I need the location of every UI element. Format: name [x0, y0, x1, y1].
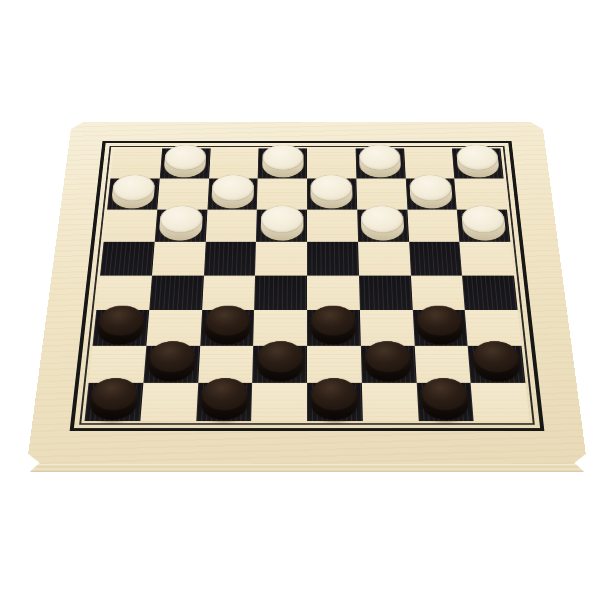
black-piece[interactable]: [311, 305, 356, 344]
white-piece[interactable]: [163, 145, 206, 178]
black-piece[interactable]: [420, 378, 469, 420]
black-piece[interactable]: [257, 341, 303, 381]
square-d8[interactable]: [258, 148, 307, 178]
square-e5[interactable]: [307, 242, 359, 275]
white-piece[interactable]: [111, 175, 156, 209]
square-d2[interactable]: [252, 346, 307, 383]
square-g7[interactable]: [405, 179, 457, 210]
square-h1: [471, 383, 530, 421]
black-piece[interactable]: [89, 378, 139, 420]
piece-top: [365, 341, 412, 373]
square-h6[interactable]: [457, 210, 510, 242]
square-e6: [307, 210, 358, 242]
square-d5: [255, 242, 307, 275]
white-piece[interactable]: [211, 175, 254, 209]
square-a7[interactable]: [107, 179, 159, 210]
black-piece[interactable]: [472, 341, 521, 381]
white-piece[interactable]: [311, 175, 353, 209]
square-c5[interactable]: [204, 242, 257, 275]
square-b6[interactable]: [154, 210, 207, 242]
square-a1[interactable]: [84, 383, 143, 421]
piece-top: [204, 305, 250, 335]
white-piece[interactable]: [361, 206, 405, 241]
square-e7[interactable]: [307, 179, 357, 210]
white-piece[interactable]: [158, 206, 203, 241]
square-g6: [407, 210, 460, 242]
black-piece[interactable]: [311, 378, 358, 420]
square-h4[interactable]: [462, 275, 517, 310]
black-piece[interactable]: [200, 378, 248, 420]
white-piece[interactable]: [359, 145, 401, 178]
square-e1[interactable]: [307, 383, 363, 421]
black-piece[interactable]: [204, 305, 250, 344]
white-piece[interactable]: [262, 145, 304, 178]
piece-top: [311, 305, 356, 335]
black-piece[interactable]: [416, 305, 463, 344]
square-f1: [362, 383, 419, 421]
square-f2[interactable]: [361, 346, 417, 383]
square-h2[interactable]: [468, 346, 526, 383]
white-piece[interactable]: [461, 206, 507, 241]
checkers-board: [27, 122, 587, 464]
square-d4[interactable]: [254, 275, 307, 310]
black-piece[interactable]: [365, 341, 412, 381]
square-a6: [104, 210, 157, 242]
square-b5: [152, 242, 206, 275]
piece-top: [262, 145, 303, 171]
square-b4[interactable]: [149, 275, 204, 310]
square-g5[interactable]: [409, 242, 463, 275]
piece-top: [359, 145, 401, 171]
square-b1: [140, 383, 198, 421]
square-c3[interactable]: [200, 310, 255, 346]
square-d6[interactable]: [256, 210, 307, 242]
black-piece[interactable]: [148, 341, 196, 381]
white-piece[interactable]: [409, 175, 453, 209]
white-piece[interactable]: [455, 145, 499, 178]
square-f4[interactable]: [359, 275, 413, 310]
board-grid: [84, 148, 529, 421]
square-b8[interactable]: [160, 148, 211, 178]
square-h8[interactable]: [452, 148, 504, 178]
square-e3[interactable]: [307, 310, 361, 346]
piece-top: [257, 341, 303, 373]
square-f5: [358, 242, 411, 275]
square-a5[interactable]: [100, 242, 154, 275]
square-c7[interactable]: [207, 179, 258, 210]
black-piece[interactable]: [97, 305, 146, 344]
square-c1[interactable]: [196, 383, 253, 421]
square-f6[interactable]: [357, 210, 409, 242]
square-d1: [251, 383, 307, 421]
square-c6: [205, 210, 257, 242]
white-piece[interactable]: [260, 206, 303, 241]
square-g3[interactable]: [412, 310, 468, 346]
piece-top: [416, 305, 463, 335]
square-h5: [460, 242, 514, 275]
board-photo: [0, 0, 600, 600]
square-b2[interactable]: [143, 346, 200, 383]
square-g1[interactable]: [416, 383, 474, 421]
square-a3[interactable]: [93, 310, 149, 346]
square-f8[interactable]: [355, 148, 405, 178]
piece-top: [260, 206, 303, 233]
